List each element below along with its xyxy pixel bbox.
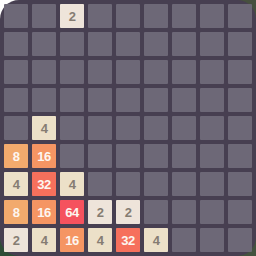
cell-r7c7 <box>200 200 224 224</box>
tile-2: 2 <box>60 4 84 28</box>
cell-r0c7 <box>200 4 224 28</box>
tile-32: 32 <box>32 172 56 196</box>
tile-64: 64 <box>60 200 84 224</box>
cell-r0c1 <box>32 4 56 28</box>
cell-r1c0 <box>4 32 28 56</box>
cell-r4c1: 4 <box>32 116 56 140</box>
cell-r8c0: 2 <box>4 228 28 252</box>
cell-r5c3 <box>88 144 112 168</box>
cell-r6c1: 32 <box>32 172 56 196</box>
tile-2: 2 <box>88 200 112 224</box>
cell-r4c2 <box>60 116 84 140</box>
cell-r5c1: 16 <box>32 144 56 168</box>
cell-r0c6 <box>172 4 196 28</box>
cell-r3c4 <box>116 88 140 112</box>
cell-r8c6 <box>172 228 196 252</box>
cell-r2c1 <box>32 60 56 84</box>
cell-r2c5 <box>144 60 168 84</box>
tile-2: 2 <box>116 200 140 224</box>
cell-r7c3: 2 <box>88 200 112 224</box>
tile-32: 32 <box>116 228 140 252</box>
cell-r1c3 <box>88 32 112 56</box>
cell-r0c2: 2 <box>60 4 84 28</box>
cell-r5c0: 8 <box>4 144 28 168</box>
cell-r4c4 <box>116 116 140 140</box>
tile-2: 2 <box>4 228 28 252</box>
board-2048[interactable]: 248164324816642224164324 <box>0 0 256 256</box>
cell-r1c7 <box>200 32 224 56</box>
cell-r0c4 <box>116 4 140 28</box>
cell-r1c4 <box>116 32 140 56</box>
cell-r2c4 <box>116 60 140 84</box>
cell-r6c3 <box>88 172 112 196</box>
cell-r1c1 <box>32 32 56 56</box>
cell-r0c3 <box>88 4 112 28</box>
cell-r2c6 <box>172 60 196 84</box>
game-screen: 248164324816642224164324 <box>0 0 256 256</box>
cell-r3c2 <box>60 88 84 112</box>
cell-r7c4: 2 <box>116 200 140 224</box>
cell-r2c2 <box>60 60 84 84</box>
cell-r7c1: 16 <box>32 200 56 224</box>
cell-r4c3 <box>88 116 112 140</box>
cell-r3c3 <box>88 88 112 112</box>
cell-r3c6 <box>172 88 196 112</box>
cell-r8c2: 16 <box>60 228 84 252</box>
tile-4: 4 <box>144 228 168 252</box>
cell-r5c2 <box>60 144 84 168</box>
tile-16: 16 <box>60 228 84 252</box>
cell-r3c5 <box>144 88 168 112</box>
cell-r5c8 <box>228 144 252 168</box>
tile-16: 16 <box>32 200 56 224</box>
cell-r2c7 <box>200 60 224 84</box>
tile-16: 16 <box>32 144 56 168</box>
cell-r7c0: 8 <box>4 200 28 224</box>
cell-r3c0 <box>4 88 28 112</box>
cell-r3c7 <box>200 88 224 112</box>
cell-r6c8 <box>228 172 252 196</box>
tile-4: 4 <box>32 116 56 140</box>
cell-r4c0 <box>4 116 28 140</box>
tile-4: 4 <box>88 228 112 252</box>
cell-r7c6 <box>172 200 196 224</box>
tile-4: 4 <box>4 172 28 196</box>
cell-r6c2: 4 <box>60 172 84 196</box>
cell-r0c5 <box>144 4 168 28</box>
cell-r4c8 <box>228 116 252 140</box>
cell-r5c6 <box>172 144 196 168</box>
tile-8: 8 <box>4 144 28 168</box>
cell-r6c0: 4 <box>4 172 28 196</box>
cell-r5c5 <box>144 144 168 168</box>
tile-grid: 248164324816642224164324 <box>4 4 252 252</box>
cell-r1c8 <box>228 32 252 56</box>
cell-r2c0 <box>4 60 28 84</box>
cell-r6c6 <box>172 172 196 196</box>
cell-r1c5 <box>144 32 168 56</box>
cell-r2c8 <box>228 60 252 84</box>
tile-4: 4 <box>60 172 84 196</box>
cell-r7c5 <box>144 200 168 224</box>
cell-r6c7 <box>200 172 224 196</box>
cell-r4c7 <box>200 116 224 140</box>
cell-r5c7 <box>200 144 224 168</box>
cell-r8c5: 4 <box>144 228 168 252</box>
cell-r5c4 <box>116 144 140 168</box>
tile-4: 4 <box>32 228 56 252</box>
cell-r3c8 <box>228 88 252 112</box>
cell-r4c6 <box>172 116 196 140</box>
cell-r8c7 <box>200 228 224 252</box>
cell-r7c2: 64 <box>60 200 84 224</box>
cell-r4c5 <box>144 116 168 140</box>
cell-r2c3 <box>88 60 112 84</box>
cell-r3c1 <box>32 88 56 112</box>
cell-r7c8 <box>228 200 252 224</box>
cell-r0c8 <box>228 4 252 28</box>
cell-r8c4: 32 <box>116 228 140 252</box>
cell-r8c8 <box>228 228 252 252</box>
cell-r0c0 <box>4 4 28 28</box>
cell-r8c3: 4 <box>88 228 112 252</box>
cell-r1c6 <box>172 32 196 56</box>
cell-r8c1: 4 <box>32 228 56 252</box>
cell-r6c5 <box>144 172 168 196</box>
tile-8: 8 <box>4 200 28 224</box>
cell-r6c4 <box>116 172 140 196</box>
cell-r1c2 <box>60 32 84 56</box>
